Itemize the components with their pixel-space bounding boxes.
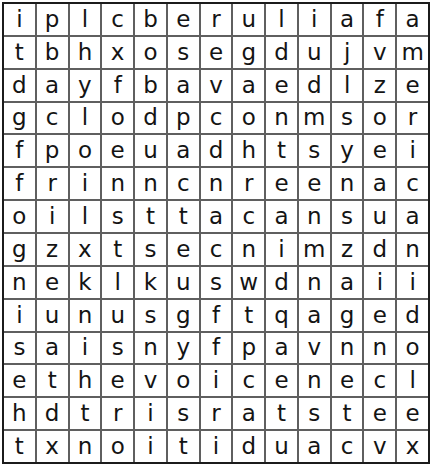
grid-cell[interactable]: s [168,398,199,429]
grid-cell[interactable]: s [168,37,199,68]
grid-cell[interactable]: d [135,103,166,134]
grid-cell[interactable]: t [168,201,199,232]
grid-cell[interactable]: c [201,234,232,265]
grid-cell[interactable]: e [397,70,428,101]
grid-cell[interactable]: o [364,103,395,134]
grid-cell[interactable]: d [37,398,68,429]
grid-cell[interactable]: u [299,37,330,68]
grid-cell[interactable]: n [299,201,330,232]
grid-cell[interactable]: t [266,135,297,166]
grid-cell[interactable]: a [233,398,264,429]
grid-cell[interactable]: v [135,365,166,396]
grid-cell[interactable]: b [135,70,166,101]
grid-cell[interactable]: t [135,201,166,232]
grid-cell[interactable]: e [364,135,395,166]
grid-cell[interactable]: u [364,201,395,232]
grid-cell[interactable]: e [168,4,199,35]
grid-cell[interactable]: e [364,300,395,331]
grid-cell[interactable]: t [233,300,264,331]
grid-cell[interactable]: t [332,398,363,429]
grid-cell[interactable]: l [70,103,101,134]
grid-cell[interactable]: y [168,333,199,364]
grid-cell[interactable]: m [299,103,330,134]
grid-cell[interactable]: a [266,333,297,364]
grid-cell[interactable]: n [233,234,264,265]
grid-cell[interactable]: c [233,201,264,232]
grid-cell[interactable]: i [135,398,166,429]
grid-cell[interactable]: s [201,267,232,298]
grid-cell[interactable]: i [4,300,35,331]
word-search-board: iplcberuliafatbhxosegdujvmdayfbavaedlzeg… [2,2,430,464]
grid-cell[interactable]: s [102,333,133,364]
grid-cell[interactable]: l [70,4,101,35]
grid-cell[interactable]: u [37,300,68,331]
grid-cell[interactable]: d [299,70,330,101]
grid-cell[interactable]: e [299,168,330,199]
grid-cell[interactable]: r [397,103,428,134]
grid-cell[interactable]: s [135,234,166,265]
grid-cell[interactable]: n [135,168,166,199]
grid-cell[interactable]: e [364,398,395,429]
grid-cell[interactable]: u [168,267,199,298]
grid-cell[interactable]: l [332,70,363,101]
grid-cell[interactable]: l [266,4,297,35]
grid-cell[interactable]: n [135,333,166,364]
grid-cell[interactable]: d [233,431,264,462]
grid-cell[interactable]: r [201,398,232,429]
grid-cell[interactable]: n [70,300,101,331]
grid-cell[interactable]: o [102,431,133,462]
grid-cell[interactable]: h [70,365,101,396]
grid-cell[interactable]: f [201,300,232,331]
grid-cell[interactable]: i [4,4,35,35]
grid-cell[interactable]: z [332,234,363,265]
grid-cell[interactable]: a [168,135,199,166]
grid-cell[interactable]: n [299,365,330,396]
grid-cell[interactable]: o [397,333,428,364]
grid-cell[interactable]: a [397,4,428,35]
grid-cell[interactable]: l [102,267,133,298]
grid-cell[interactable]: m [299,234,330,265]
grid-cell[interactable]: t [4,37,35,68]
grid-cell[interactable]: s [332,103,363,134]
grid-cell[interactable]: e [4,365,35,396]
grid-cell[interactable]: l [70,201,101,232]
grid-cell[interactable]: i [70,168,101,199]
grid-cell[interactable]: a [364,168,395,199]
grid-cell[interactable]: v [364,431,395,462]
grid-cell[interactable]: b [135,4,166,35]
grid-cell[interactable]: y [70,70,101,101]
grid-cell[interactable]: u [135,135,166,166]
grid-cell[interactable]: o [102,103,133,134]
grid-cell[interactable]: g [4,103,35,134]
grid-cell[interactable]: c [332,431,363,462]
grid-cell[interactable]: r [233,168,264,199]
grid-cell[interactable]: a [299,431,330,462]
grid-cell[interactable]: c [397,168,428,199]
grid-cell[interactable]: v [364,37,395,68]
grid-cell[interactable]: n [70,431,101,462]
grid-cell[interactable]: d [397,300,428,331]
grid-cell[interactable]: p [37,4,68,35]
grid-cell[interactable]: e [332,365,363,396]
grid-cell[interactable]: g [233,37,264,68]
grid-cell[interactable]: i [397,267,428,298]
grid-cell[interactable]: j [332,37,363,68]
grid-cell[interactable]: o [168,365,199,396]
grid-cell[interactable]: a [168,70,199,101]
grid-cell[interactable]: a [332,267,363,298]
grid-cell[interactable]: t [102,234,133,265]
grid-cell[interactable]: a [201,201,232,232]
grid-cell[interactable]: t [266,398,297,429]
grid-cell[interactable]: s [4,333,35,364]
grid-cell[interactable]: x [37,431,68,462]
grid-cell[interactable]: g [4,234,35,265]
grid-cell[interactable]: d [4,70,35,101]
grid-cell[interactable]: t [70,398,101,429]
grid-cell[interactable]: n [332,333,363,364]
grid-cell[interactable]: e [168,234,199,265]
grid-cell[interactable]: o [4,201,35,232]
grid-cell[interactable]: t [37,365,68,396]
grid-cell[interactable]: n [201,168,232,199]
grid-cell[interactable]: c [201,103,232,134]
grid-cell[interactable]: a [233,70,264,101]
grid-cell[interactable]: e [397,398,428,429]
grid-cell[interactable]: r [201,4,232,35]
grid-cell[interactable]: s [135,300,166,331]
grid-cell[interactable]: u [102,300,133,331]
grid-cell[interactable]: b [37,37,68,68]
grid-cell[interactable]: a [397,201,428,232]
grid-cell[interactable]: e [201,37,232,68]
grid-cell[interactable]: e [37,267,68,298]
grid-cell[interactable]: n [299,267,330,298]
grid-cell[interactable]: h [70,37,101,68]
grid-cell[interactable]: n [4,267,35,298]
grid-cell[interactable]: a [332,4,363,35]
grid-cell[interactable]: y [332,135,363,166]
grid-cell[interactable]: a [299,300,330,331]
grid-cell[interactable]: i [201,431,232,462]
grid-cell[interactable]: d [266,37,297,68]
grid-cell[interactable]: d [266,267,297,298]
grid-cell[interactable]: s [299,398,330,429]
grid-cell[interactable]: e [102,135,133,166]
grid-cell[interactable]: f [102,70,133,101]
grid-cell[interactable]: n [266,103,297,134]
grid-cell[interactable]: k [70,267,101,298]
grid-cell[interactable]: i [201,365,232,396]
grid-cell[interactable]: h [233,135,264,166]
grid-cell[interactable]: n [364,333,395,364]
grid-cell[interactable]: c [364,365,395,396]
grid-cell[interactable]: t [4,431,35,462]
grid-cell[interactable]: x [70,234,101,265]
grid-cell[interactable]: f [4,168,35,199]
grid-cell[interactable]: f [4,135,35,166]
grid-cell[interactable]: e [266,70,297,101]
grid-cell[interactable]: q [266,300,297,331]
grid-cell[interactable]: w [233,267,264,298]
grid-cell[interactable]: s [102,201,133,232]
grid-cell[interactable]: e [266,365,297,396]
grid-cell[interactable]: n [102,168,133,199]
grid-cell[interactable]: i [135,431,166,462]
grid-cell[interactable]: c [233,365,264,396]
grid-cell[interactable]: r [102,398,133,429]
grid-cell[interactable]: e [102,365,133,396]
grid-cell[interactable]: i [37,201,68,232]
grid-cell[interactable]: p [233,333,264,364]
grid-cell[interactable]: i [70,333,101,364]
grid-cell[interactable]: f [364,4,395,35]
grid-cell[interactable]: o [135,37,166,68]
grid-cell[interactable]: k [135,267,166,298]
grid-cell[interactable]: f [201,333,232,364]
grid-cell[interactable]: t [168,431,199,462]
grid-cell[interactable]: o [70,135,101,166]
grid-cell[interactable]: i [364,267,395,298]
grid-cell[interactable]: a [37,333,68,364]
grid-cell[interactable]: s [299,135,330,166]
grid-cell[interactable]: x [102,37,133,68]
grid-cell[interactable]: m [397,37,428,68]
grid-cell[interactable]: c [168,168,199,199]
grid-cell[interactable]: n [397,234,428,265]
grid-cell[interactable]: v [201,70,232,101]
grid-cell[interactable]: n [332,168,363,199]
grid-cell[interactable]: l [397,365,428,396]
grid-cell[interactable]: d [364,234,395,265]
grid-cell[interactable]: x [397,431,428,462]
grid-cell[interactable]: u [233,4,264,35]
grid-cell[interactable]: c [102,4,133,35]
grid-cell[interactable]: r [37,168,68,199]
grid-cell[interactable]: v [299,333,330,364]
grid-cell[interactable]: u [266,431,297,462]
grid-cell[interactable]: d [201,135,232,166]
grid-cell[interactable]: c [37,103,68,134]
grid-cell[interactable]: g [332,300,363,331]
grid-cell[interactable]: e [266,168,297,199]
grid-cell[interactable]: p [168,103,199,134]
grid-cell[interactable]: z [364,70,395,101]
grid-cell[interactable]: i [397,135,428,166]
grid-cell[interactable]: s [332,201,363,232]
grid-cell[interactable]: o [233,103,264,134]
grid-cell[interactable]: a [37,70,68,101]
grid-cell[interactable]: p [37,135,68,166]
grid-cell[interactable]: i [299,4,330,35]
grid-cell[interactable]: a [266,201,297,232]
grid-cell[interactable]: h [4,398,35,429]
grid-cell[interactable]: z [37,234,68,265]
grid-cell[interactable]: g [168,300,199,331]
grid-cell[interactable]: i [266,234,297,265]
